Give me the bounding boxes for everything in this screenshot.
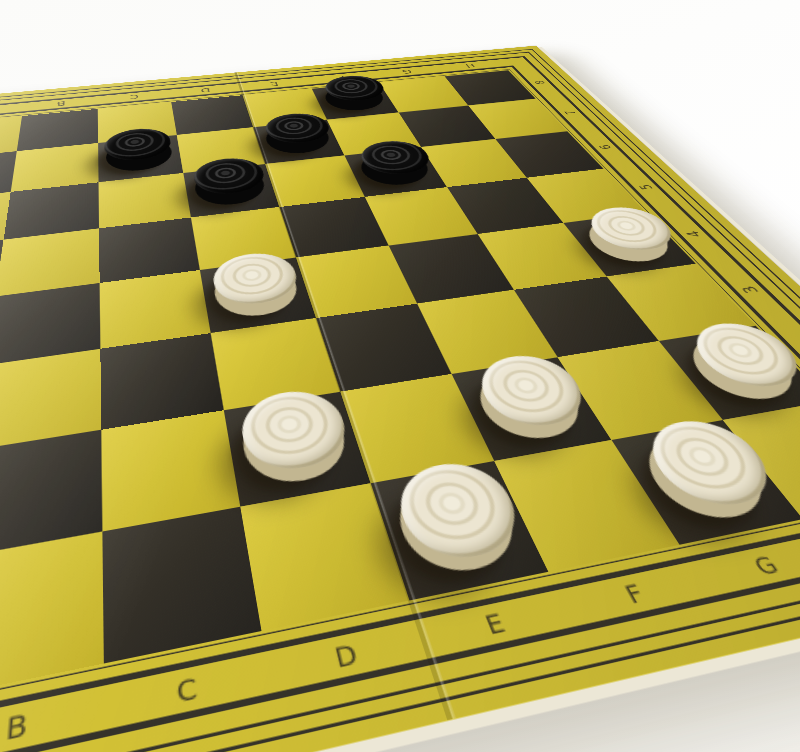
coordinate-label-h: H (435, 59, 504, 72)
square-b7 (11, 143, 99, 192)
coordinate-label-g: G (692, 537, 800, 598)
square-b1 (0, 531, 104, 698)
square-c1 (102, 507, 261, 664)
coordinate-label-c: C (104, 654, 272, 732)
checkers-board: ABCDEFGH ABCDEFGH 87654321 87654321 ⛂⛂⛂⛂… (0, 46, 800, 752)
coordinate-label-d: D (265, 622, 429, 695)
white-checker-e1: ⛀ (388, 456, 533, 567)
coordinate-label-g: G (372, 65, 442, 78)
square-a7 (0, 151, 17, 202)
coordinate-label-d: D (169, 83, 241, 97)
square-d4: ⛀ (200, 258, 316, 334)
board-surface: ABCDEFGH ABCDEFGH 87654321 87654321 ⛂⛂⛂⛂… (0, 46, 800, 752)
black-checker-d6: ⛂ (191, 155, 269, 197)
coordinate-label-b: B (0, 688, 105, 752)
coordinate-label-f: F (558, 563, 714, 627)
white-checker-d2: ⛀ (236, 385, 355, 476)
coordinate-label-c: C (98, 89, 171, 104)
coordinate-label-e: E (238, 77, 309, 91)
black-checker-f8: ⛂ (320, 74, 390, 103)
playing-field-grid: ⛂⛂⛂⛂⛂⛀⛀⛀⛀⛀⛀⛀ (0, 70, 800, 735)
square-d1 (240, 483, 409, 631)
square-b4 (0, 283, 100, 365)
square-c2 (101, 410, 240, 531)
square-b8 (17, 109, 98, 151)
square-e6 (265, 155, 365, 207)
checker-face: ⛀ (388, 456, 533, 567)
board-photo-canvas: ABCDEFGH ABCDEFGH 87654321 87654321 ⛂⛂⛂⛂… (0, 0, 800, 752)
coordinate-label-b: B (23, 96, 98, 111)
square-g3 (514, 277, 659, 358)
square-c6 (99, 173, 191, 228)
coordinate-label-e: E (416, 592, 576, 661)
